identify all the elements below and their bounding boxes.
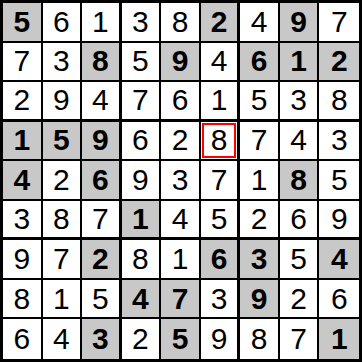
cell-r4c5[interactable]: 2	[161, 122, 201, 162]
cell-r6c7[interactable]: 2	[240, 201, 280, 241]
cell-r8c5[interactable]: 7	[161, 280, 201, 320]
cell-r9c3[interactable]: 3	[82, 319, 122, 359]
cell-r5c8[interactable]: 8	[280, 161, 320, 201]
cell-r3c3[interactable]: 4	[82, 82, 122, 122]
cell-r4c6[interactable]: 8	[201, 122, 241, 162]
cell-r8c1[interactable]: 8	[3, 280, 43, 320]
cell-r7c8[interactable]: 5	[280, 240, 320, 280]
cell-r8c2[interactable]: 1	[43, 280, 83, 320]
cell-r4c4[interactable]: 6	[122, 122, 162, 162]
cell-r1c8[interactable]: 9	[280, 3, 320, 43]
cell-r5c1[interactable]: 4	[3, 161, 43, 201]
cell-r6c1[interactable]: 3	[3, 201, 43, 241]
cell-r7c4[interactable]: 8	[122, 240, 162, 280]
cell-r8c4[interactable]: 4	[122, 280, 162, 320]
cell-r2c7[interactable]: 6	[240, 43, 280, 83]
cell-r5c9[interactable]: 5	[319, 161, 359, 201]
cell-r5c3[interactable]: 6	[82, 161, 122, 201]
cell-r1c6[interactable]: 2	[201, 3, 241, 43]
cell-r6c4[interactable]: 1	[122, 201, 162, 241]
cell-r8c6[interactable]: 3	[201, 280, 241, 320]
sudoku-board: 5613824977385946122947615381596287434269…	[0, 0, 362, 362]
cell-r3c6[interactable]: 1	[201, 82, 241, 122]
cell-r1c2[interactable]: 6	[43, 3, 83, 43]
cell-r7c2[interactable]: 7	[43, 240, 83, 280]
cell-r7c9[interactable]: 4	[319, 240, 359, 280]
cell-r4c7[interactable]: 7	[240, 122, 280, 162]
cell-r6c9[interactable]: 9	[319, 201, 359, 241]
cell-r8c7[interactable]: 9	[240, 280, 280, 320]
cell-r3c1[interactable]: 2	[3, 82, 43, 122]
cell-r1c1[interactable]: 5	[3, 3, 43, 43]
cell-r2c3[interactable]: 8	[82, 43, 122, 83]
cell-r7c7[interactable]: 3	[240, 240, 280, 280]
cell-r8c9[interactable]: 6	[319, 280, 359, 320]
cell-r4c3[interactable]: 9	[82, 122, 122, 162]
cell-r7c6[interactable]: 6	[201, 240, 241, 280]
cell-r1c7[interactable]: 4	[240, 3, 280, 43]
cell-r2c5[interactable]: 9	[161, 43, 201, 83]
cell-r9c1[interactable]: 6	[3, 319, 43, 359]
cell-r3c2[interactable]: 9	[43, 82, 83, 122]
cell-r5c6[interactable]: 7	[201, 161, 241, 201]
cell-r9c2[interactable]: 4	[43, 319, 83, 359]
cell-r1c3[interactable]: 1	[82, 3, 122, 43]
cell-r2c9[interactable]: 2	[319, 43, 359, 83]
cell-r9c8[interactable]: 7	[280, 319, 320, 359]
cell-r1c4[interactable]: 3	[122, 3, 162, 43]
cell-r7c1[interactable]: 9	[3, 240, 43, 280]
cell-r6c2[interactable]: 8	[43, 201, 83, 241]
cell-r4c2[interactable]: 5	[43, 122, 83, 162]
cell-r7c5[interactable]: 1	[161, 240, 201, 280]
cell-r3c8[interactable]: 3	[280, 82, 320, 122]
cell-r6c5[interactable]: 4	[161, 201, 201, 241]
cell-r1c9[interactable]: 7	[319, 3, 359, 43]
cell-r7c3[interactable]: 2	[82, 240, 122, 280]
cell-r4c8[interactable]: 4	[280, 122, 320, 162]
cell-r2c6[interactable]: 4	[201, 43, 241, 83]
cell-r6c8[interactable]: 6	[280, 201, 320, 241]
cell-r3c5[interactable]: 6	[161, 82, 201, 122]
cell-r3c7[interactable]: 5	[240, 82, 280, 122]
cell-r9c6[interactable]: 9	[201, 319, 241, 359]
cell-r4c1[interactable]: 1	[3, 122, 43, 162]
cell-r9c4[interactable]: 2	[122, 319, 162, 359]
cell-r9c5[interactable]: 5	[161, 319, 201, 359]
cell-r2c1[interactable]: 7	[3, 43, 43, 83]
cell-r3c4[interactable]: 7	[122, 82, 162, 122]
cell-r3c9[interactable]: 8	[319, 82, 359, 122]
cell-r2c8[interactable]: 1	[280, 43, 320, 83]
cell-r8c8[interactable]: 2	[280, 280, 320, 320]
cell-r5c7[interactable]: 1	[240, 161, 280, 201]
cell-r9c9[interactable]: 1	[319, 319, 359, 359]
cell-r5c4[interactable]: 9	[122, 161, 162, 201]
cell-r6c6[interactable]: 5	[201, 201, 241, 241]
cell-r2c2[interactable]: 3	[43, 43, 83, 83]
cell-r1c5[interactable]: 8	[161, 3, 201, 43]
cell-r2c4[interactable]: 5	[122, 43, 162, 83]
cell-r5c2[interactable]: 2	[43, 161, 83, 201]
cell-r6c3[interactable]: 7	[82, 201, 122, 241]
cell-r5c5[interactable]: 3	[161, 161, 201, 201]
cell-r9c7[interactable]: 8	[240, 319, 280, 359]
cell-r4c9[interactable]: 3	[319, 122, 359, 162]
cell-r8c3[interactable]: 5	[82, 280, 122, 320]
